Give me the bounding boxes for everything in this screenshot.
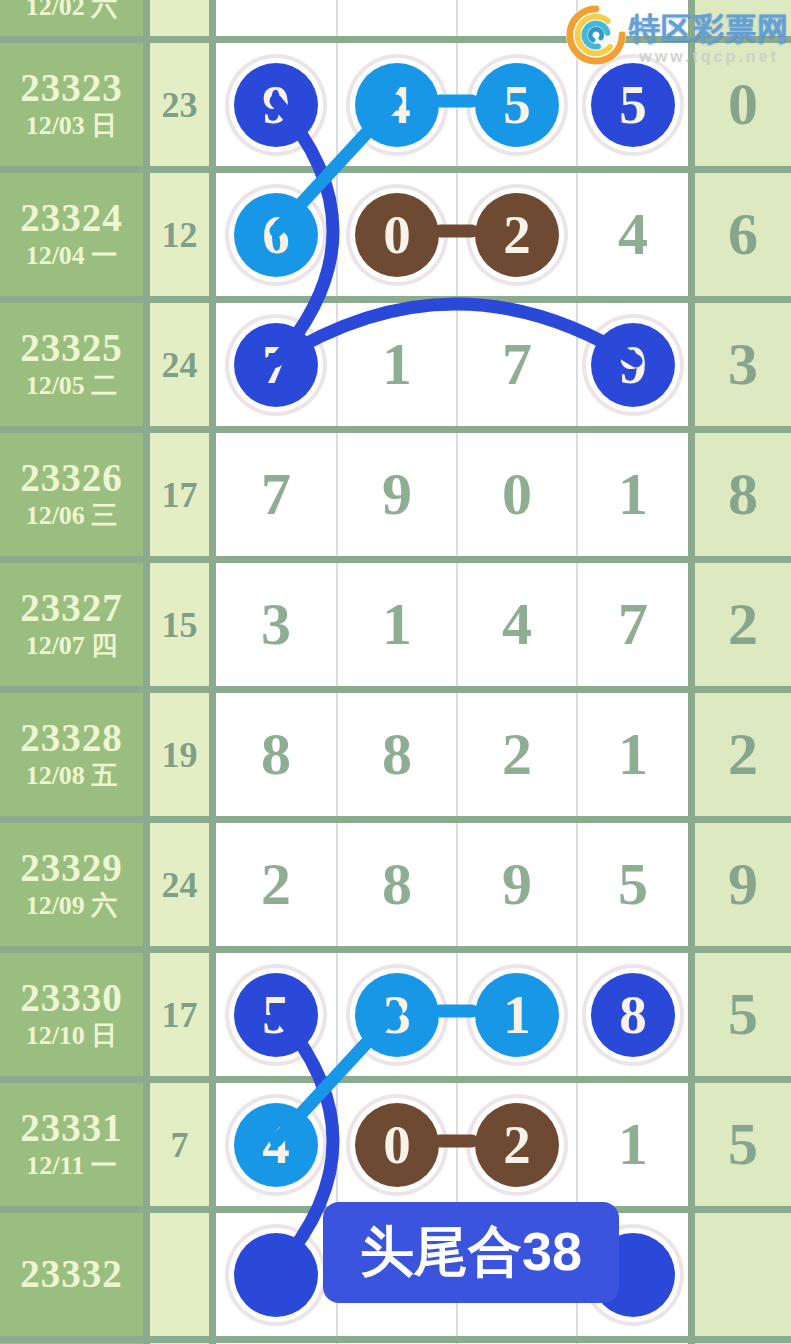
- digit-cell: 5: [216, 953, 336, 1076]
- digit: 0: [502, 460, 532, 529]
- stat-value: 15: [162, 604, 198, 646]
- rows: 23323 12/03 日 23 9 4 5 5 0 23324 12/04 一…: [0, 36, 791, 1336]
- tail-cell: 2: [695, 693, 791, 816]
- digit: 9: [382, 460, 412, 529]
- stat-cell: 23: [150, 43, 216, 166]
- digit-cell: [456, 0, 576, 36]
- digit-cell: 5: [456, 43, 576, 166]
- tail-digit: 6: [728, 200, 758, 269]
- stat-cell: 12: [150, 173, 216, 296]
- digit-ball-light: 4: [355, 63, 439, 147]
- tail-cell: 5: [695, 953, 791, 1076]
- stat-value: 24: [162, 864, 198, 906]
- digit-cell: 8: [336, 823, 456, 946]
- period-number: 23330: [20, 977, 123, 1020]
- draw-row: 23331 12/11 一 7 4 0 2 1 5: [0, 1076, 791, 1206]
- digit-ball-light: 6: [234, 193, 318, 277]
- digit-cell: 5: [576, 823, 695, 946]
- digit-ball-brown: 0: [355, 193, 439, 277]
- digit-cell: 3: [336, 953, 456, 1076]
- digit-cell: 8: [576, 953, 695, 1076]
- stat-value: 24: [162, 344, 198, 386]
- period-cell: 23329 12/09 六: [0, 823, 150, 946]
- stat-value: 19: [162, 734, 198, 776]
- site-logo[interactable]: 特区彩票网 www.tqcp.net: [565, 2, 789, 66]
- period-cell: 23328 12/08 五: [0, 693, 150, 816]
- digit-cell: 9: [576, 303, 695, 426]
- period-cell: 23326 12/06 三: [0, 433, 150, 556]
- lottery-trend-chart: 12/02 六 23323 12/03 日 23 9 4 5 5 0 23324…: [0, 0, 791, 1344]
- digit: 3: [261, 590, 291, 659]
- stat-value: 7: [171, 1124, 189, 1166]
- tail-cell: 3: [695, 303, 791, 426]
- digit-ball-light: 5: [475, 63, 559, 147]
- digit-cell: 4: [336, 43, 456, 166]
- draw-date: 12/03 日: [26, 110, 118, 141]
- digit-ball-dark: 5: [234, 973, 318, 1057]
- digit-cell: 0: [456, 433, 576, 556]
- draw-row: 23328 12/08 五 19 8 8 2 1 2: [0, 686, 791, 816]
- tail-digit: 5: [728, 1110, 758, 1179]
- digit: 7: [618, 590, 648, 659]
- tail-digit: 3: [728, 330, 758, 399]
- tail-digit: 5: [728, 980, 758, 1049]
- stat-cell: 7: [150, 1083, 216, 1206]
- stat-cell: 24: [150, 823, 216, 946]
- period-cell: 12/02 六: [0, 0, 150, 36]
- draw-date: 12/05 二: [26, 370, 118, 401]
- digit-cell: 6: [216, 173, 336, 296]
- tail-cell: [695, 1213, 791, 1336]
- tail-cell: 5: [695, 1083, 791, 1206]
- digit: 9: [502, 850, 532, 919]
- draw-date: 12/02 六: [26, 0, 118, 23]
- period-cell: 23323 12/03 日: [0, 43, 150, 166]
- digit-cell: 4: [576, 173, 695, 296]
- digit-cell: 1: [336, 563, 456, 686]
- digit-cell: 4: [216, 1083, 336, 1206]
- period-cell: 23332: [0, 1213, 150, 1336]
- draw-date: 12/08 五: [26, 760, 118, 791]
- period-cell: 23327 12/07 四: [0, 563, 150, 686]
- digit: 7: [502, 330, 532, 399]
- digit-cell: 0: [336, 173, 456, 296]
- digit: 4: [618, 200, 648, 269]
- digit-ball-dark: 9: [234, 63, 318, 147]
- draw-date: 12/04 一: [26, 240, 118, 271]
- digit-cell: 0: [336, 1083, 456, 1206]
- digit-cell: 9: [456, 823, 576, 946]
- stat-cell: [150, 0, 216, 36]
- stat-cell: 17: [150, 433, 216, 556]
- draw-date: 12/07 四: [26, 630, 118, 661]
- digit: 1: [382, 330, 412, 399]
- period-cell: 23325 12/05 二: [0, 303, 150, 426]
- stat-value: 17: [162, 994, 198, 1036]
- digit-ball-dark: 7: [234, 323, 318, 407]
- period-number: 23329: [20, 847, 123, 890]
- draw-date: 12/06 三: [26, 500, 118, 531]
- partial-row-bottom: [0, 1336, 791, 1344]
- period-cell: 23330 12/10 日: [0, 953, 150, 1076]
- digit: 8: [382, 850, 412, 919]
- digit-ball-dark: 5: [591, 63, 675, 147]
- period-number: 23324: [20, 197, 123, 240]
- digit-cell: 7: [216, 303, 336, 426]
- digit: 1: [618, 460, 648, 529]
- digit-cell: [216, 0, 336, 36]
- digit-cell: 4: [456, 563, 576, 686]
- tail-cell: 2: [695, 563, 791, 686]
- tail-digit: 0: [728, 70, 758, 139]
- digit-ball-dark: [234, 1233, 318, 1317]
- tail-digit: 9: [728, 850, 758, 919]
- period-number: 23328: [20, 717, 123, 760]
- digit-cell: 1: [456, 953, 576, 1076]
- digit: 8: [382, 720, 412, 789]
- digit: 1: [618, 720, 648, 789]
- digit-cell: 1: [576, 1083, 695, 1206]
- digit: 1: [382, 590, 412, 659]
- digit-cell: 2: [456, 693, 576, 816]
- digit-cell: 2: [456, 1083, 576, 1206]
- tail-cell: 9: [695, 823, 791, 946]
- digit-cell: 1: [336, 303, 456, 426]
- digit-cell: 9: [336, 433, 456, 556]
- draw-date: 12/09 六: [26, 890, 118, 921]
- stat-cell: 17: [150, 953, 216, 1076]
- tail-cell: 8: [695, 433, 791, 556]
- stat-cell: 15: [150, 563, 216, 686]
- digit-cell: 7: [216, 433, 336, 556]
- digit: 7: [261, 460, 291, 529]
- stat-cell: [150, 1213, 216, 1336]
- digit-cell: 1: [576, 433, 695, 556]
- digit-ball-light: 3: [355, 973, 439, 1057]
- digit: 1: [618, 1110, 648, 1179]
- period-number: 23327: [20, 587, 123, 630]
- digit-ball-light: 1: [475, 973, 559, 1057]
- draw-row: 23326 12/06 三 17 7 9 0 1 8: [0, 426, 791, 556]
- digit-ball-brown: 2: [475, 1103, 559, 1187]
- digit-cell: 9: [216, 43, 336, 166]
- site-url: www.tqcp.net: [639, 48, 778, 66]
- tail-cell: 6: [695, 173, 791, 296]
- digit-ball-dark: 9: [591, 323, 675, 407]
- draw-row: 23330 12/10 日 17 5 3 1 8 5: [0, 946, 791, 1076]
- head-tail-sum-tooltip[interactable]: 头尾合38: [323, 1202, 619, 1303]
- period-cell: 23331 12/11 一: [0, 1083, 150, 1206]
- digit: 8: [261, 720, 291, 789]
- digit-ball-dark: 8: [591, 973, 675, 1057]
- digit-ball-brown: 0: [355, 1103, 439, 1187]
- digit-cell: [216, 1213, 336, 1336]
- digit-cell: 2: [216, 823, 336, 946]
- site-name: 特区彩票网: [629, 12, 789, 46]
- digit: 2: [261, 850, 291, 919]
- tail-digit: 2: [728, 720, 758, 789]
- stat-cell: 24: [150, 303, 216, 426]
- digit-cell: 1: [576, 693, 695, 816]
- digit-ball-light: 4: [234, 1103, 318, 1187]
- stat-cell: 19: [150, 693, 216, 816]
- swirl-logo-icon: [565, 4, 627, 66]
- period-number: 23323: [20, 67, 123, 110]
- digit: 5: [618, 850, 648, 919]
- period-number: 23331: [20, 1107, 123, 1150]
- draw-row: 23324 12/04 一 12 6 0 2 4 6: [0, 166, 791, 296]
- digit-cell: 8: [336, 693, 456, 816]
- stat-value: 12: [162, 214, 198, 256]
- draw-row: 23325 12/05 二 24 7 1 7 9 3: [0, 296, 791, 426]
- stat-value: 23: [162, 84, 198, 126]
- draw-date: 12/10 日: [26, 1020, 118, 1051]
- period-number: 23326: [20, 457, 123, 500]
- tail-digit: 8: [728, 460, 758, 529]
- draw-row: 23327 12/07 四 15 3 1 4 7 2: [0, 556, 791, 686]
- digit-cell: 8: [216, 693, 336, 816]
- digit: 4: [502, 590, 532, 659]
- digit-cell: 7: [576, 563, 695, 686]
- draw-date: 12/11 一: [26, 1150, 116, 1181]
- period-cell: 23324 12/04 一: [0, 173, 150, 296]
- draw-row: 23329 12/09 六 24 2 8 9 5 9: [0, 816, 791, 946]
- stat-value: 17: [162, 474, 198, 516]
- tail-digit: 2: [728, 590, 758, 659]
- digit-cell: 3: [216, 563, 336, 686]
- period-number: 23332: [20, 1253, 123, 1296]
- digit: 2: [502, 720, 532, 789]
- digit-cell: 2: [456, 173, 576, 296]
- digit-ball-brown: 2: [475, 193, 559, 277]
- digit-cell: 7: [456, 303, 576, 426]
- period-number: 23325: [20, 327, 123, 370]
- digit-cell: [336, 0, 456, 36]
